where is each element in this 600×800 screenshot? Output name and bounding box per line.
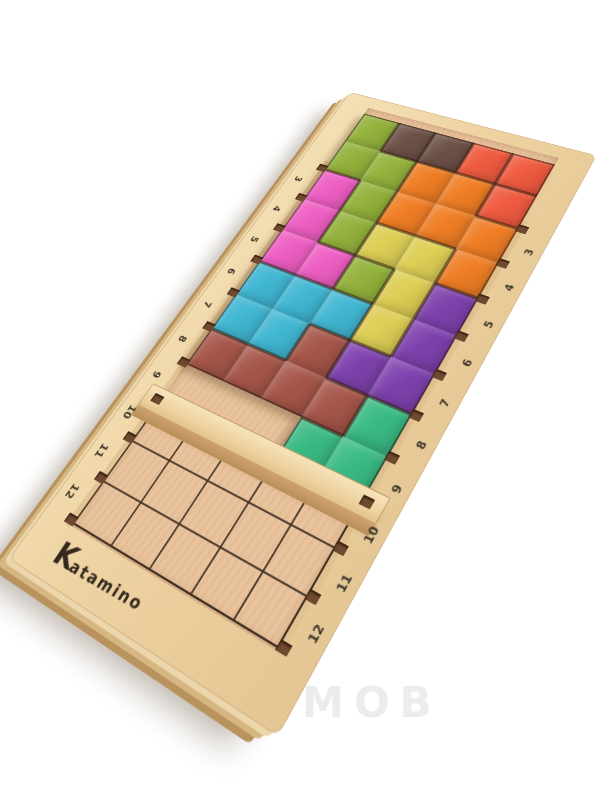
rail-number-left-4: 4 bbox=[266, 200, 287, 218]
rail-number-left-7: 7 bbox=[196, 294, 218, 314]
product-photo-scene: UMOB Katamino 33445566778899101011111212 bbox=[0, 0, 600, 800]
rail-number-left-9: 9 bbox=[145, 364, 168, 386]
rail-number-right-6: 6 bbox=[455, 351, 480, 375]
katamino-board: Katamino 33445566778899101011111212 bbox=[9, 92, 597, 737]
rail-number-right-8: 8 bbox=[408, 432, 434, 458]
rail-number-right-12: 12 bbox=[302, 618, 331, 651]
rail-number-left-8: 8 bbox=[171, 328, 194, 349]
rail-number-left-6: 6 bbox=[220, 262, 242, 281]
rail-number-left-11: 11 bbox=[89, 439, 113, 463]
rail-number-left-5: 5 bbox=[244, 230, 266, 248]
rail-number-right-7: 7 bbox=[432, 391, 457, 416]
rail-number-right-5: 5 bbox=[476, 313, 500, 336]
rail-number-right-3: 3 bbox=[517, 242, 540, 262]
rail-number-right-11: 11 bbox=[330, 568, 358, 599]
rail-number-left-3: 3 bbox=[288, 171, 309, 188]
rail-number-left-12: 12 bbox=[60, 478, 85, 504]
rail-number-right-4: 4 bbox=[497, 277, 521, 298]
